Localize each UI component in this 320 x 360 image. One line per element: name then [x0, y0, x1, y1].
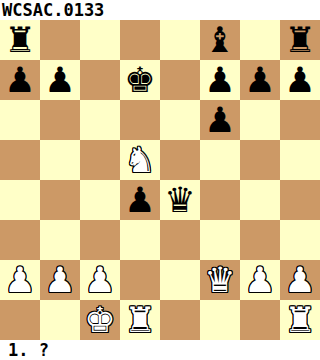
square-b8[interactable] — [40, 20, 80, 60]
black-king-piece[interactable]: ♚ — [124, 63, 155, 98]
square-b3[interactable] — [40, 220, 80, 260]
square-b1[interactable] — [40, 300, 80, 340]
square-d3[interactable] — [120, 220, 160, 260]
chess-board: ♜♝♜♟♟♚♟♟♟♟♞♟♛♟♟♟♛♟♟♚♜♜ — [0, 20, 320, 340]
black-pawn-piece[interactable]: ♟ — [204, 103, 235, 138]
square-d1[interactable]: ♜ — [120, 300, 160, 340]
square-e1[interactable] — [160, 300, 200, 340]
black-pawn-piece[interactable]: ♟ — [244, 63, 275, 98]
square-c5[interactable] — [80, 140, 120, 180]
black-queen-piece[interactable]: ♛ — [164, 183, 195, 218]
square-h4[interactable] — [280, 180, 320, 220]
square-h8[interactable]: ♜ — [280, 20, 320, 60]
square-e2[interactable] — [160, 260, 200, 300]
square-f1[interactable] — [200, 300, 240, 340]
square-a5[interactable] — [0, 140, 40, 180]
square-b5[interactable] — [40, 140, 80, 180]
square-a6[interactable] — [0, 100, 40, 140]
square-b4[interactable] — [40, 180, 80, 220]
square-d2[interactable] — [120, 260, 160, 300]
square-g2[interactable]: ♟ — [240, 260, 280, 300]
square-f3[interactable] — [200, 220, 240, 260]
puzzle-id: WCSAC.0133 — [2, 0, 104, 20]
black-pawn-piece[interactable]: ♟ — [204, 63, 235, 98]
square-e4[interactable]: ♛ — [160, 180, 200, 220]
square-e6[interactable] — [160, 100, 200, 140]
black-pawn-piece[interactable]: ♟ — [44, 63, 75, 98]
square-b7[interactable]: ♟ — [40, 60, 80, 100]
white-rook-piece[interactable]: ♜ — [284, 303, 315, 338]
black-pawn-piece[interactable]: ♟ — [124, 183, 155, 218]
square-h7[interactable]: ♟ — [280, 60, 320, 100]
square-d5[interactable]: ♞ — [120, 140, 160, 180]
white-pawn-piece[interactable]: ♟ — [244, 263, 275, 298]
square-g8[interactable] — [240, 20, 280, 60]
square-h6[interactable] — [280, 100, 320, 140]
square-d4[interactable]: ♟ — [120, 180, 160, 220]
titlebar: WCSAC.0133 — [0, 0, 320, 20]
white-queen-piece[interactable]: ♛ — [204, 263, 235, 298]
square-e5[interactable] — [160, 140, 200, 180]
square-h1[interactable]: ♜ — [280, 300, 320, 340]
square-e8[interactable] — [160, 20, 200, 60]
move-prompt: 1. ? — [8, 340, 49, 360]
white-knight-piece[interactable]: ♞ — [124, 143, 155, 178]
white-pawn-piece[interactable]: ♟ — [284, 263, 315, 298]
square-c2[interactable]: ♟ — [80, 260, 120, 300]
black-bishop-piece[interactable]: ♝ — [204, 23, 235, 58]
square-a3[interactable] — [0, 220, 40, 260]
black-rook-piece[interactable]: ♜ — [4, 23, 35, 58]
square-c6[interactable] — [80, 100, 120, 140]
square-g6[interactable] — [240, 100, 280, 140]
square-c8[interactable] — [80, 20, 120, 60]
chess-puzzle-window: WCSAC.0133 ♜♝♜♟♟♚♟♟♟♟♞♟♛♟♟♟♛♟♟♚♜♜ 1. ? — [0, 0, 320, 360]
square-f2[interactable]: ♛ — [200, 260, 240, 300]
square-f7[interactable]: ♟ — [200, 60, 240, 100]
square-a7[interactable]: ♟ — [0, 60, 40, 100]
white-king-piece[interactable]: ♚ — [84, 303, 115, 338]
square-a8[interactable]: ♜ — [0, 20, 40, 60]
square-e7[interactable] — [160, 60, 200, 100]
square-h2[interactable]: ♟ — [280, 260, 320, 300]
square-h5[interactable] — [280, 140, 320, 180]
square-f5[interactable] — [200, 140, 240, 180]
square-a2[interactable]: ♟ — [0, 260, 40, 300]
square-d8[interactable] — [120, 20, 160, 60]
square-c3[interactable] — [80, 220, 120, 260]
square-g5[interactable] — [240, 140, 280, 180]
white-rook-piece[interactable]: ♜ — [124, 303, 155, 338]
square-f6[interactable]: ♟ — [200, 100, 240, 140]
black-rook-piece[interactable]: ♜ — [284, 23, 315, 58]
square-c1[interactable]: ♚ — [80, 300, 120, 340]
square-b2[interactable]: ♟ — [40, 260, 80, 300]
square-g7[interactable]: ♟ — [240, 60, 280, 100]
white-pawn-piece[interactable]: ♟ — [84, 263, 115, 298]
square-d6[interactable] — [120, 100, 160, 140]
black-pawn-piece[interactable]: ♟ — [284, 63, 315, 98]
square-g4[interactable] — [240, 180, 280, 220]
square-d7[interactable]: ♚ — [120, 60, 160, 100]
square-b6[interactable] — [40, 100, 80, 140]
square-a1[interactable] — [0, 300, 40, 340]
square-h3[interactable] — [280, 220, 320, 260]
white-pawn-piece[interactable]: ♟ — [4, 263, 35, 298]
square-g1[interactable] — [240, 300, 280, 340]
square-e3[interactable] — [160, 220, 200, 260]
square-c7[interactable] — [80, 60, 120, 100]
square-f8[interactable]: ♝ — [200, 20, 240, 60]
square-f4[interactable] — [200, 180, 240, 220]
square-g3[interactable] — [240, 220, 280, 260]
white-pawn-piece[interactable]: ♟ — [44, 263, 75, 298]
statusbar: 1. ? — [0, 340, 320, 360]
square-c4[interactable] — [80, 180, 120, 220]
square-a4[interactable] — [0, 180, 40, 220]
black-pawn-piece[interactable]: ♟ — [4, 63, 35, 98]
